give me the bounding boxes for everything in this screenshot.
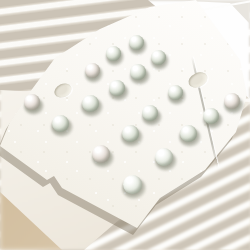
pearl xyxy=(180,125,197,142)
pearl xyxy=(224,93,240,109)
pearl xyxy=(109,80,125,96)
pearl xyxy=(123,175,142,194)
pearl xyxy=(203,108,219,124)
pearl xyxy=(142,105,158,121)
pearl xyxy=(168,85,183,100)
pearl xyxy=(129,35,144,50)
pearl xyxy=(155,148,173,166)
pearl xyxy=(122,125,139,142)
pearl xyxy=(24,94,40,110)
pearl xyxy=(82,95,99,112)
pearl xyxy=(52,115,69,132)
pearl xyxy=(106,46,121,61)
pearl xyxy=(92,145,110,163)
pearl xyxy=(85,63,100,78)
photo-pearls-on-display-cards xyxy=(0,0,250,250)
pearl xyxy=(151,50,166,65)
pearl xyxy=(130,64,146,80)
